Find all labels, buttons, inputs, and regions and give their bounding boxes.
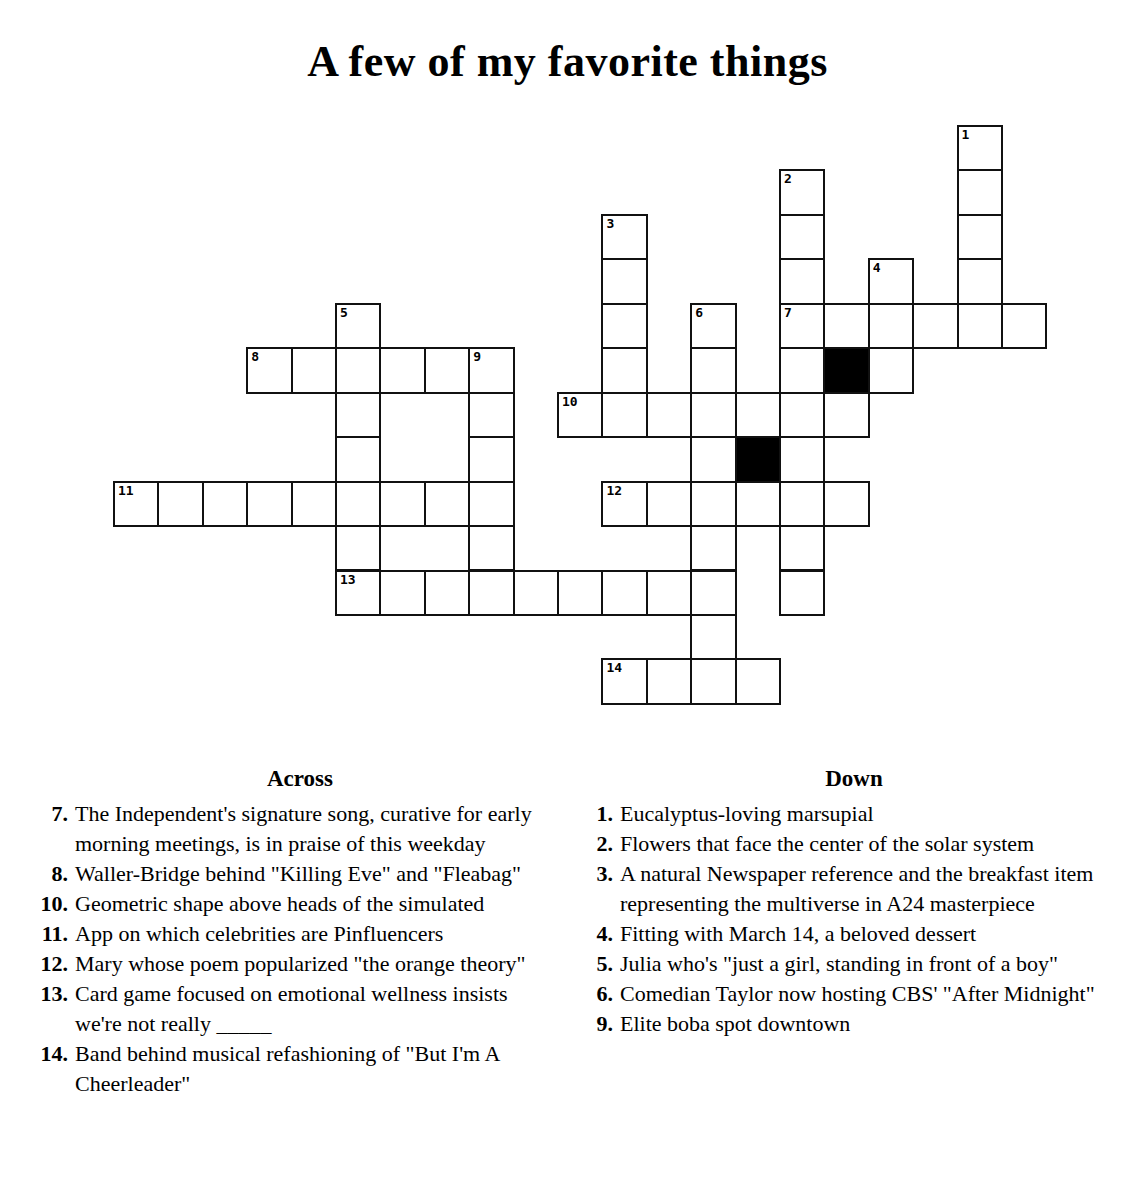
clue-4: 4.Fitting with March 14, a beloved desse… <box>593 919 1115 949</box>
grid-cell-r6c14[interactable] <box>735 392 781 438</box>
clue-text: Eucalyptus-loving marsupial <box>620 799 874 829</box>
clue-number: 4. <box>593 919 620 949</box>
clue-8: 8.Waller-Bridge behind "Killing Eve" and… <box>40 859 560 889</box>
cell-number-2: 2 <box>784 172 792 186</box>
grid-cell-r6c12[interactable] <box>646 392 692 438</box>
grid-cell-r9c13[interactable] <box>690 525 736 571</box>
grid-cell-r9c15[interactable] <box>779 525 825 571</box>
clue-3: 3.A natural Newspaper reference and the … <box>593 859 1115 919</box>
grid-cell-r8c8[interactable] <box>468 481 514 527</box>
grid-cell-r4c5[interactable]: 5 <box>335 303 381 349</box>
grid-cell-r5c8[interactable]: 9 <box>468 347 514 393</box>
clue-text: Card game focused on emotional wellness … <box>75 979 555 1039</box>
clue-number: 10. <box>40 889 75 919</box>
grid-cell-r8c16[interactable] <box>823 481 869 527</box>
clue-number: 7. <box>40 799 75 859</box>
grid-cell-r6c13[interactable] <box>690 392 736 438</box>
grid-cell-r7c8[interactable] <box>468 436 514 482</box>
grid-cell-r8c6[interactable] <box>379 481 425 527</box>
grid-cell-r8c14[interactable] <box>735 481 781 527</box>
clue-number: 6. <box>593 979 620 1009</box>
clue-text: App on which celebrities are Pinfluencer… <box>75 919 443 949</box>
puzzle-title: A few of my favorite things <box>0 36 1135 87</box>
grid-cell-r7c15[interactable] <box>779 436 825 482</box>
clue-number: 11. <box>40 919 75 949</box>
grid-cell-r8c3[interactable] <box>246 481 292 527</box>
cell-number-14: 14 <box>606 661 622 675</box>
grid-cell-r10c11[interactable] <box>601 570 647 616</box>
cell-number-13: 13 <box>340 573 356 587</box>
clue-1: 1.Eucalyptus-loving marsupial <box>593 799 1115 829</box>
across-header: Across <box>40 766 560 792</box>
grid-cell-r7c5[interactable] <box>335 436 381 482</box>
grid-cell-r1c19[interactable] <box>957 169 1003 215</box>
cell-number-8: 8 <box>251 350 259 364</box>
clue-text: Band behind musical refashioning of "But… <box>75 1039 555 1099</box>
clue-text: A natural Newspaper reference and the br… <box>620 859 1098 919</box>
grid-cell-r5c11[interactable] <box>601 347 647 393</box>
grid-cell-r10c10[interactable] <box>557 570 603 616</box>
grid-cell-r2c11[interactable]: 3 <box>601 214 647 260</box>
grid-cell-r8c15[interactable] <box>779 481 825 527</box>
clue-number: 1. <box>593 799 620 829</box>
clue-text: Mary whose poem popularized "the orange … <box>75 949 525 979</box>
grid-cell-r6c15[interactable] <box>779 392 825 438</box>
clue-number: 2. <box>593 829 620 859</box>
grid-cell-r5c3[interactable]: 8 <box>246 347 292 393</box>
clue-9: 9.Elite boba spot downtown <box>593 1009 1115 1039</box>
grid-cell-r5c7[interactable] <box>424 347 470 393</box>
grid-cell-r6c11[interactable] <box>601 392 647 438</box>
grid-cell-r5c4[interactable] <box>291 347 337 393</box>
grid-cell-r7c13[interactable] <box>690 436 736 482</box>
grid-cell-r3c15[interactable] <box>779 258 825 304</box>
down-header: Down <box>593 766 1115 792</box>
grid-cell-r9c5[interactable] <box>335 525 381 571</box>
clue-number: 13. <box>40 979 75 1039</box>
grid-cell-r8c12[interactable] <box>646 481 692 527</box>
clue-number: 3. <box>593 859 620 919</box>
grid-cell-r6c10[interactable]: 10 <box>557 392 603 438</box>
clue-number: 14. <box>40 1039 75 1099</box>
down-section: Down 1.Eucalyptus-loving marsupial2.Flow… <box>593 766 1115 1039</box>
clue-text: Comedian Taylor now hosting CBS' "After … <box>620 979 1095 1009</box>
grid-cell-r10c13[interactable] <box>690 570 736 616</box>
grid-cell-r4c16[interactable] <box>823 303 869 349</box>
clue-12: 12.Mary whose poem popularized "the oran… <box>40 949 560 979</box>
grid-cell-r5c13[interactable] <box>690 347 736 393</box>
grid-cell-r8c2[interactable] <box>202 481 248 527</box>
grid-cell-r4c19[interactable] <box>957 303 1003 349</box>
black-cell <box>735 436 781 482</box>
grid-cell-r3c17[interactable]: 4 <box>868 258 914 304</box>
grid-cell-r10c15[interactable] <box>779 570 825 616</box>
clue-text: Geometric shape above heads of the simul… <box>75 889 484 919</box>
grid-cell-r8c11[interactable]: 12 <box>601 481 647 527</box>
clue-5: 5.Julia who's "just a girl, standing in … <box>593 949 1115 979</box>
clue-number: 12. <box>40 949 75 979</box>
clue-number: 5. <box>593 949 620 979</box>
grid-cell-r0c19[interactable]: 1 <box>957 125 1003 171</box>
grid-cell-r4c20[interactable] <box>1001 303 1047 349</box>
grid-cell-r10c8[interactable] <box>468 570 514 616</box>
across-section: Across 7.The Independent's signature son… <box>40 766 560 1099</box>
crossword-grid: 1234567891011121314 <box>113 125 1049 705</box>
grid-cell-r12c14[interactable] <box>735 658 781 704</box>
grid-cell-r12c11[interactable]: 14 <box>601 658 647 704</box>
grid-cell-r4c15[interactable]: 7 <box>779 303 825 349</box>
clue-text: Fitting with March 14, a beloved dessert <box>620 919 976 949</box>
clue-text: Elite boba spot downtown <box>620 1009 850 1039</box>
grid-cell-r4c17[interactable] <box>868 303 914 349</box>
grid-cell-r3c11[interactable] <box>601 258 647 304</box>
grid-cell-r10c9[interactable] <box>513 570 559 616</box>
cell-number-1: 1 <box>962 128 970 142</box>
grid-cell-r5c5[interactable] <box>335 347 381 393</box>
grid-cell-r4c11[interactable] <box>601 303 647 349</box>
clue-text: Julia who's "just a girl, standing in fr… <box>620 949 1058 979</box>
grid-cell-r5c17[interactable] <box>868 347 914 393</box>
grid-cell-r8c5[interactable] <box>335 481 381 527</box>
clue-14: 14.Band behind musical refashioning of "… <box>40 1039 560 1099</box>
grid-cell-r8c4[interactable] <box>291 481 337 527</box>
grid-cell-r3c19[interactable] <box>957 258 1003 304</box>
down-clue-list: 1.Eucalyptus-loving marsupial2.Flowers t… <box>593 799 1115 1039</box>
grid-cell-r12c12[interactable] <box>646 658 692 704</box>
clue-10: 10.Geometric shape above heads of the si… <box>40 889 560 919</box>
grid-cell-r5c15[interactable] <box>779 347 825 393</box>
clue-number: 9. <box>593 1009 620 1039</box>
grid-cell-r8c7[interactable] <box>424 481 470 527</box>
grid-cell-r2c15[interactable] <box>779 214 825 260</box>
clue-7: 7.The Independent's signature song, cura… <box>40 799 560 859</box>
crossword-page: A few of my favorite things 123456789101… <box>0 0 1135 1200</box>
clue-13: 13.Card game focused on emotional wellne… <box>40 979 560 1039</box>
grid-cell-r4c18[interactable] <box>912 303 958 349</box>
grid-cell-r6c5[interactable] <box>335 392 381 438</box>
grid-cell-r10c5[interactable]: 13 <box>335 570 381 616</box>
grid-cell-r6c16[interactable] <box>823 392 869 438</box>
cell-number-9: 9 <box>473 350 481 364</box>
cell-number-3: 3 <box>606 217 614 231</box>
cell-number-11: 11 <box>118 484 134 498</box>
cell-number-6: 6 <box>695 306 703 320</box>
grid-cell-r4c13[interactable]: 6 <box>690 303 736 349</box>
grid-cell-r5c6[interactable] <box>379 347 425 393</box>
grid-cell-r10c12[interactable] <box>646 570 692 616</box>
across-clue-list: 7.The Independent's signature song, cura… <box>40 799 560 1099</box>
clue-11: 11.App on which celebrities are Pinfluen… <box>40 919 560 949</box>
grid-cell-r10c7[interactable] <box>424 570 470 616</box>
grid-cell-r12c13[interactable] <box>690 658 736 704</box>
cell-number-4: 4 <box>873 261 881 275</box>
grid-cell-r11c13[interactable] <box>690 614 736 660</box>
clue-text: Waller-Bridge behind "Killing Eve" and "… <box>75 859 521 889</box>
grid-cell-r8c1[interactable] <box>157 481 203 527</box>
clue-number: 8. <box>40 859 75 889</box>
grid-cell-r8c0[interactable]: 11 <box>113 481 159 527</box>
grid-cell-r1c15[interactable]: 2 <box>779 169 825 215</box>
grid-cell-r6c8[interactable] <box>468 392 514 438</box>
clue-2: 2.Flowers that face the center of the so… <box>593 829 1115 859</box>
cell-number-7: 7 <box>784 306 792 320</box>
cell-number-10: 10 <box>562 395 578 409</box>
cell-number-12: 12 <box>606 484 622 498</box>
clue-text: The Independent's signature song, curati… <box>75 799 555 859</box>
clue-text: Flowers that face the center of the sola… <box>620 829 1034 859</box>
cell-number-5: 5 <box>340 306 348 320</box>
grid-cell-r9c8[interactable] <box>468 525 514 571</box>
grid-cell-r2c19[interactable] <box>957 214 1003 260</box>
grid-cell-r8c13[interactable] <box>690 481 736 527</box>
clue-6: 6.Comedian Taylor now hosting CBS' "Afte… <box>593 979 1115 1009</box>
black-cell <box>823 347 869 393</box>
grid-cell-r10c6[interactable] <box>379 570 425 616</box>
